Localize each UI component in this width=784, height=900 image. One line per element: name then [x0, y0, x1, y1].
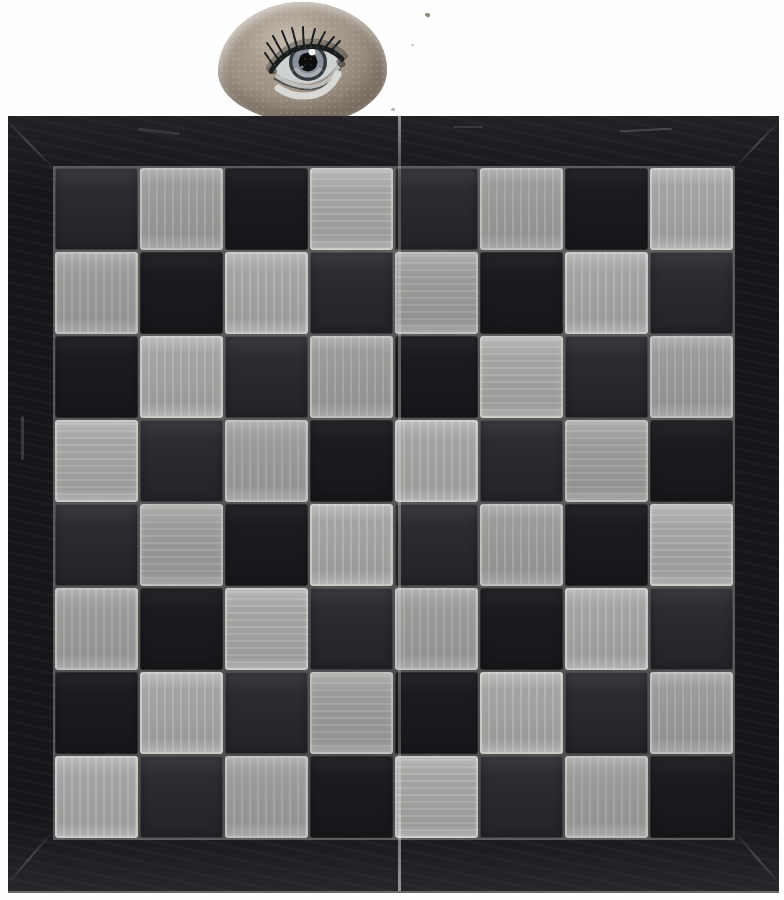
square-a1: [55, 756, 138, 838]
square-e6: [395, 336, 478, 418]
square-f2: [480, 672, 563, 754]
square-b7: [140, 252, 223, 334]
frame-paint-scuff: [138, 127, 180, 135]
square-f4: [480, 504, 563, 586]
square-b6: [140, 336, 223, 418]
square-e1: [395, 756, 478, 838]
square-d8: [310, 168, 393, 250]
square-e8: [395, 168, 478, 250]
square-h1: [650, 756, 733, 838]
square-b5: [140, 420, 223, 502]
square-d6: [310, 336, 393, 418]
square-g1: [565, 756, 648, 838]
square-a7: [55, 252, 138, 334]
square-f6: [480, 336, 563, 418]
square-c7: [225, 252, 308, 334]
square-g7: [565, 252, 648, 334]
canvas-seam: [398, 116, 401, 891]
eye-upper-lid: [271, 47, 342, 72]
square-h5: [650, 420, 733, 502]
square-g5: [565, 420, 648, 502]
square-h6: [650, 336, 733, 418]
square-a3: [55, 588, 138, 670]
eye-outer-corner: [335, 57, 347, 68]
square-f7: [480, 252, 563, 334]
frame-miter-top-left: [5, 118, 56, 171]
square-e5: [395, 420, 478, 502]
board-grid: [55, 168, 733, 838]
frame-paint-scuff: [453, 126, 483, 128]
square-h7: [650, 252, 733, 334]
square-d5: [310, 420, 393, 502]
frame-miter-bottom-left: [4, 830, 54, 887]
square-d2: [310, 672, 393, 754]
eye-iris-rim: [289, 43, 327, 81]
dust-speck: [391, 108, 395, 111]
eye-iris: [293, 47, 324, 78]
square-c4: [225, 504, 308, 586]
square-b1: [140, 756, 223, 838]
square-b8: [140, 168, 223, 250]
eye-iris-light-arc: [295, 68, 321, 76]
square-b2: [140, 672, 223, 754]
square-a5: [55, 420, 138, 502]
frame-miter-top-right: [734, 118, 783, 168]
dust-speck: [424, 12, 430, 17]
eye-stone: [218, 2, 387, 123]
eye-socket-shadow: [270, 43, 344, 68]
eye-lower-lid-silver: [276, 66, 339, 87]
frame-paint-scuff: [620, 128, 672, 133]
eye-inner-corner: [269, 68, 277, 74]
square-f1: [480, 756, 563, 838]
square-a4: [55, 504, 138, 586]
square-g2: [565, 672, 648, 754]
square-c6: [225, 336, 308, 418]
square-g4: [565, 504, 648, 586]
square-c2: [225, 672, 308, 754]
eye-lower-lid-line: [274, 66, 341, 89]
square-a6: [55, 336, 138, 418]
frame-paint-scuff: [21, 416, 24, 460]
square-f3: [480, 588, 563, 670]
square-d7: [310, 252, 393, 334]
square-e7: [395, 252, 478, 334]
square-f8: [480, 168, 563, 250]
square-e4: [395, 504, 478, 586]
painting-canvas: [8, 116, 779, 893]
square-a8: [55, 168, 138, 250]
square-g6: [565, 336, 648, 418]
square-h8: [650, 168, 733, 250]
square-b4: [140, 504, 223, 586]
eye-glint: [300, 65, 303, 68]
square-c5: [225, 420, 308, 502]
square-d3: [310, 588, 393, 670]
square-c1: [225, 756, 308, 838]
frame-miter-bottom-right: [734, 831, 783, 887]
square-g3: [565, 588, 648, 670]
square-e2: [395, 672, 478, 754]
square-b3: [140, 588, 223, 670]
eye-lower-light-band: [278, 74, 338, 96]
eye-highlight: [309, 49, 316, 56]
square-c3: [225, 588, 308, 670]
square-h2: [650, 672, 733, 754]
artwork-scene: [0, 0, 784, 900]
square-c8: [225, 168, 308, 250]
dust-speck: [411, 44, 414, 46]
eye-pupil: [299, 53, 318, 72]
eye-icon: [264, 26, 350, 104]
eye-sclera: [273, 48, 340, 85]
square-f5: [480, 420, 563, 502]
square-h4: [650, 504, 733, 586]
square-g8: [565, 168, 648, 250]
square-d4: [310, 504, 393, 586]
square-h3: [650, 588, 733, 670]
square-e3: [395, 588, 478, 670]
eye-lashes: [265, 27, 340, 66]
square-a2: [55, 672, 138, 754]
square-d1: [310, 756, 393, 838]
